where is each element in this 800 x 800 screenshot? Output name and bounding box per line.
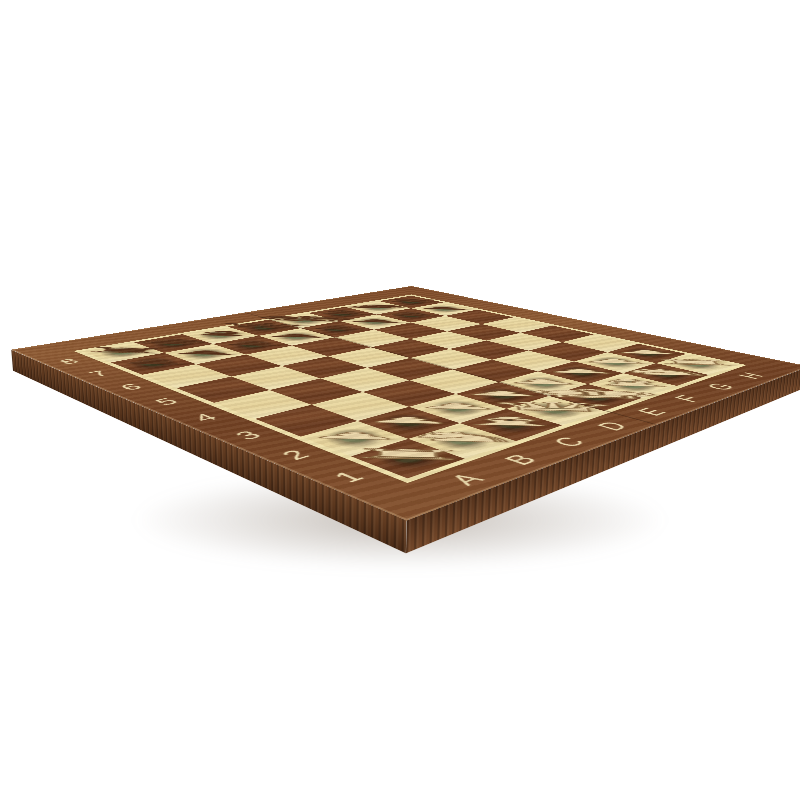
- file-label: A: [444, 471, 489, 488]
- square-b5: [231, 366, 320, 390]
- file-label: G: [702, 382, 739, 392]
- square-a7: [111, 353, 196, 375]
- square-d1: [506, 396, 603, 425]
- square-c1: [460, 409, 562, 441]
- file-label: C: [548, 435, 591, 449]
- square-b1: [408, 423, 516, 459]
- square-a1: [351, 439, 465, 479]
- file-label: H: [733, 371, 768, 380]
- square-b4: [270, 378, 363, 404]
- product-photo-scene: 87654321 HGFEDCBA ♜♞♝♛♚♝♞♜♟♟♟♟♟♟♟♟♟♟♟♟♟♟…: [0, 0, 800, 800]
- square-c5: [282, 356, 367, 378]
- square-d4: [367, 358, 452, 380]
- square-b6: [196, 355, 281, 377]
- file-label: E: [633, 406, 671, 417]
- square-f2: [538, 361, 623, 384]
- square-b2: [357, 407, 459, 439]
- square-b3: [311, 392, 408, 421]
- square-a6: [142, 364, 231, 388]
- square-c3: [363, 380, 456, 407]
- square-d3: [410, 370, 499, 394]
- rank-label: 4: [188, 412, 222, 423]
- square-c4: [320, 368, 409, 392]
- rank-label: 2: [276, 448, 314, 462]
- file-label: D: [592, 420, 633, 433]
- square-c2: [409, 394, 506, 423]
- square-a5: [177, 377, 270, 403]
- file-label: F: [670, 394, 706, 404]
- rank-label: 8: [56, 358, 83, 366]
- square-g1: [623, 363, 708, 386]
- playing-area: [73, 294, 746, 483]
- rank-label: 7: [85, 369, 113, 377]
- square-a2: [301, 421, 409, 456]
- square-e3: [452, 360, 537, 382]
- square-f1: [588, 373, 677, 398]
- square-a4: [214, 390, 311, 419]
- rank-label: 1: [328, 469, 369, 485]
- rank-label: 6: [116, 382, 146, 391]
- rank-label: 5: [151, 396, 183, 406]
- square-e2: [499, 371, 588, 396]
- file-label: B: [499, 452, 542, 467]
- square-a3: [255, 405, 357, 437]
- rank-label: 3: [230, 429, 266, 441]
